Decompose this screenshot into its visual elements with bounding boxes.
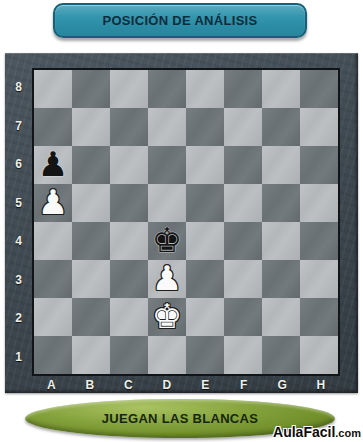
square-d1 — [148, 336, 186, 374]
watermark: AulaFacil.com — [273, 423, 361, 441]
square-g7 — [262, 108, 300, 146]
file-label-f: F — [225, 377, 264, 393]
square-e6 — [186, 146, 224, 184]
square-a8 — [34, 70, 72, 108]
square-a7 — [34, 108, 72, 146]
file-label-h: H — [302, 377, 341, 393]
square-c7 — [110, 108, 148, 146]
square-d8 — [148, 70, 186, 108]
file-label-d: D — [148, 377, 187, 393]
square-a6: ♟ — [34, 146, 72, 184]
square-b2 — [72, 298, 110, 336]
file-label-c: C — [109, 377, 148, 393]
black-king: ♚ — [152, 223, 182, 259]
square-h2 — [300, 298, 338, 336]
rank-label-6: 6 — [5, 145, 32, 184]
square-g8 — [262, 70, 300, 108]
square-e8 — [186, 70, 224, 108]
square-f7 — [224, 108, 262, 146]
square-g6 — [262, 146, 300, 184]
rank-label-1: 1 — [5, 338, 32, 377]
watermark-brand: AulaFacil — [273, 424, 335, 440]
square-b6 — [72, 146, 110, 184]
square-d2: ♚ — [148, 298, 186, 336]
square-b8 — [72, 70, 110, 108]
file-label-g: G — [263, 377, 302, 393]
square-d3: ♟ — [148, 260, 186, 298]
watermark-tld: .com — [335, 427, 361, 439]
square-b7 — [72, 108, 110, 146]
rank-label-8: 8 — [5, 68, 32, 107]
square-e5 — [186, 184, 224, 222]
board-grid: ♟♟♚♟♚ — [32, 68, 340, 376]
square-c3 — [110, 260, 148, 298]
square-a3 — [34, 260, 72, 298]
black-pawn: ♟ — [38, 147, 68, 183]
file-label-e: E — [186, 377, 225, 393]
file-labels: ABCDEFGH — [32, 377, 340, 393]
file-label-a: A — [32, 377, 71, 393]
square-h7 — [300, 108, 338, 146]
square-f1 — [224, 336, 262, 374]
analysis-diagram-page: POSICIÓN DE ANÁLISIS 87654321 ♟♟♚♟♚ ABCD… — [0, 0, 363, 442]
square-c2 — [110, 298, 148, 336]
rank-label-5: 5 — [5, 184, 32, 223]
square-g1 — [262, 336, 300, 374]
square-b1 — [72, 336, 110, 374]
square-h4 — [300, 222, 338, 260]
square-c4 — [110, 222, 148, 260]
square-g3 — [262, 260, 300, 298]
rank-label-3: 3 — [5, 261, 32, 300]
square-g2 — [262, 298, 300, 336]
square-h8 — [300, 70, 338, 108]
rank-label-4: 4 — [5, 222, 32, 261]
square-f3 — [224, 260, 262, 298]
file-label-b: B — [71, 377, 110, 393]
square-a1 — [34, 336, 72, 374]
square-f6 — [224, 146, 262, 184]
square-c1 — [110, 336, 148, 374]
square-d4: ♚ — [148, 222, 186, 260]
square-e4 — [186, 222, 224, 260]
square-f2 — [224, 298, 262, 336]
square-b5 — [72, 184, 110, 222]
square-c6 — [110, 146, 148, 184]
square-e2 — [186, 298, 224, 336]
square-f4 — [224, 222, 262, 260]
square-a5: ♟ — [34, 184, 72, 222]
square-e7 — [186, 108, 224, 146]
rank-labels: 87654321 — [5, 68, 32, 376]
white-pawn: ♟ — [38, 185, 68, 221]
square-c8 — [110, 70, 148, 108]
square-b4 — [72, 222, 110, 260]
white-king: ♚ — [152, 299, 182, 335]
square-a2 — [34, 298, 72, 336]
turn-banner-label: JUEGAN LAS BLANCAS — [102, 411, 258, 426]
rank-label-2: 2 — [5, 299, 32, 338]
square-f5 — [224, 184, 262, 222]
square-h6 — [300, 146, 338, 184]
square-g5 — [262, 184, 300, 222]
white-pawn: ♟ — [152, 261, 182, 297]
square-c5 — [110, 184, 148, 222]
page-title: POSICIÓN DE ANÁLISIS — [102, 13, 257, 28]
square-h5 — [300, 184, 338, 222]
square-d7 — [148, 108, 186, 146]
square-e3 — [186, 260, 224, 298]
square-f8 — [224, 70, 262, 108]
square-h1 — [300, 336, 338, 374]
title-banner: POSICIÓN DE ANÁLISIS — [53, 3, 307, 38]
square-d6 — [148, 146, 186, 184]
square-g4 — [262, 222, 300, 260]
square-d5 — [148, 184, 186, 222]
square-b3 — [72, 260, 110, 298]
rank-label-7: 7 — [5, 107, 32, 146]
square-e1 — [186, 336, 224, 374]
square-h3 — [300, 260, 338, 298]
chess-board-frame: 87654321 ♟♟♚♟♚ ABCDEFGH — [5, 53, 358, 393]
square-a4 — [34, 222, 72, 260]
